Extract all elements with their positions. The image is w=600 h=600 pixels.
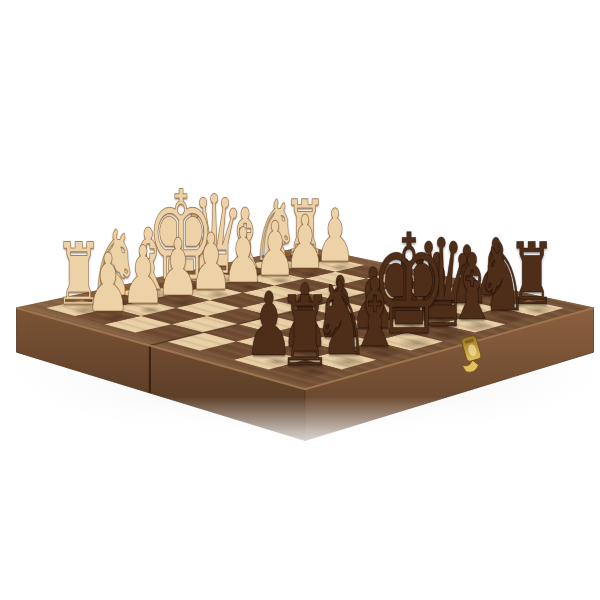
- chess-pieces-layer: ♜♞♝♛♚♝♞♜♟♟♟♟♟♟♟♟♟♟♟♟♟♟♟♟♜♞♝♛♚♝♞♜: [0, 0, 600, 600]
- piece-black-rook-h8: ♜: [278, 282, 332, 379]
- piece-white-pawn-h2: ♟: [85, 243, 130, 324]
- chess-set-photo: ♜♞♝♛♚♝♞♜♟♟♟♟♟♟♟♟♟♟♟♟♟♟♟♟♜♞♝♛♚♝♞♜: [0, 0, 600, 600]
